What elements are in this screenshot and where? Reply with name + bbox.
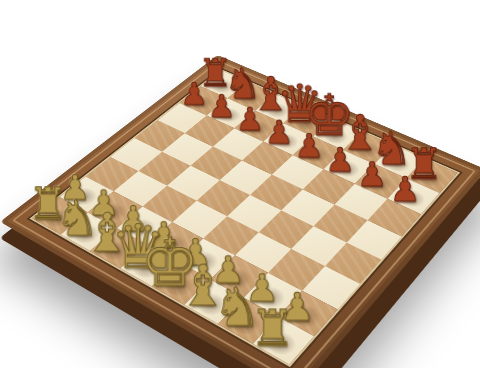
piece-black-pawn-h7[interactable]: ♟ bbox=[373, 172, 438, 206]
piece-white-rook-h1[interactable]: ♜ bbox=[235, 304, 310, 354]
chess-set-photo: ♜♞♝♛♚♝♞♜♟♟♟♟♟♟♟♟♟♟♟♟♟♟♟♟♜♞♝♛♚♝♞♜ bbox=[0, 0, 480, 368]
board-squares: ♜♞♝♛♚♝♞♜♟♟♟♟♟♟♟♟♟♟♟♟♟♟♟♟♜♞♝♛♚♝♞♜ bbox=[29, 69, 460, 367]
chess-board: ♜♞♝♛♚♝♞♜♟♟♟♟♟♟♟♟♟♟♟♟♟♟♟♟♜♞♝♛♚♝♞♜ bbox=[0, 55, 480, 368]
